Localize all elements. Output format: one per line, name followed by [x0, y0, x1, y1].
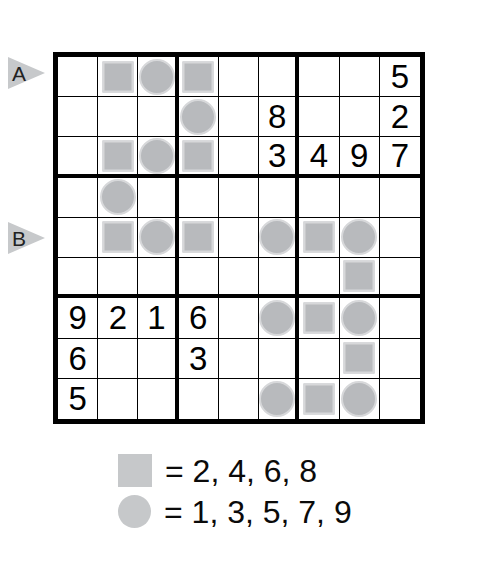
cell-r7c1[interactable]: 9: [58, 298, 98, 338]
cell-r2c5[interactable]: [219, 97, 259, 137]
cell-r5c6[interactable]: [259, 218, 299, 258]
row-marker-b-label: B: [8, 228, 26, 249]
cell-r2c4[interactable]: [179, 97, 219, 137]
given-digit: 6: [58, 339, 97, 378]
cell-r8c7[interactable]: [299, 339, 339, 379]
odd-circle-marker: [180, 99, 216, 135]
given-digit: 7: [380, 137, 420, 173]
cell-r8c1[interactable]: 6: [58, 339, 98, 379]
cell-r8c9[interactable]: [380, 339, 420, 379]
row-marker-a-label: A: [8, 63, 26, 84]
cell-r3c2[interactable]: [98, 137, 138, 177]
cell-r7c5[interactable]: [219, 298, 259, 338]
cell-r6c4[interactable]: [179, 258, 219, 298]
cell-r9c1[interactable]: 5: [58, 379, 98, 419]
cell-r7c3[interactable]: 1: [138, 298, 178, 338]
even-square-marker: [303, 302, 334, 333]
odd-circle-marker: [139, 138, 175, 174]
even-square-marker: [102, 61, 133, 92]
legend-row-even: = 2, 4, 6, 8: [118, 450, 352, 491]
cell-r6c2[interactable]: [98, 258, 138, 298]
even-square-marker: [102, 222, 133, 253]
cell-r2c2[interactable]: [98, 97, 138, 137]
cell-r6c6[interactable]: [259, 258, 299, 298]
cell-r2c8[interactable]: [340, 97, 380, 137]
cell-r6c1[interactable]: [58, 258, 98, 298]
cell-r3c6[interactable]: 3: [259, 137, 299, 177]
odd-circle-marker: [139, 219, 175, 255]
cell-r1c8[interactable]: [340, 57, 380, 97]
cell-r5c3[interactable]: [138, 218, 178, 258]
cell-r4c5[interactable]: [219, 178, 259, 218]
given-digit: 5: [380, 57, 420, 96]
cell-r4c2[interactable]: [98, 178, 138, 218]
cell-r3c3[interactable]: [138, 137, 178, 177]
cell-r6c7[interactable]: [299, 258, 339, 298]
cell-r2c3[interactable]: [138, 97, 178, 137]
given-digit: 9: [58, 298, 97, 337]
cell-r5c8[interactable]: [340, 218, 380, 258]
given-digit: 3: [259, 137, 295, 173]
cell-r9c5[interactable]: [219, 379, 259, 419]
cell-r6c9[interactable]: [380, 258, 420, 298]
cell-r4c4[interactable]: [179, 178, 219, 218]
cell-r9c2[interactable]: [98, 379, 138, 419]
even-square-marker: [183, 222, 214, 253]
cell-r5c5[interactable]: [219, 218, 259, 258]
cell-r1c3[interactable]: [138, 57, 178, 97]
cell-r4c9[interactable]: [380, 178, 420, 218]
legend: = 2, 4, 6, 8 = 1, 3, 5, 7, 9: [118, 450, 352, 532]
cell-r1c4[interactable]: [179, 57, 219, 97]
odd-circle-marker: [341, 300, 377, 336]
given-digit: 6: [179, 298, 218, 337]
cell-r4c1[interactable]: [58, 178, 98, 218]
cell-r7c8[interactable]: [340, 298, 380, 338]
page: A B 58234979216635 = 2, 4, 6, 8 = 1, 3, …: [0, 0, 477, 564]
given-digit: 9: [340, 137, 379, 173]
cell-r7c6[interactable]: [259, 298, 299, 338]
odd-circle-marker: [100, 179, 136, 215]
cell-r9c3[interactable]: [138, 379, 178, 419]
cell-r4c3[interactable]: [138, 178, 178, 218]
even-square-marker: [344, 261, 375, 292]
row-marker-a-arrow-icon: A: [8, 57, 45, 89]
cell-r9c9[interactable]: [380, 379, 420, 419]
even-square-marker: [183, 61, 214, 92]
cell-r3c9[interactable]: 7: [380, 137, 420, 177]
cell-r1c5[interactable]: [219, 57, 259, 97]
sudoku-board: 58234979216635: [53, 52, 425, 424]
cell-r6c3[interactable]: [138, 258, 178, 298]
cell-r9c6[interactable]: [259, 379, 299, 419]
odd-circle-marker: [259, 381, 295, 417]
cell-r7c7[interactable]: [299, 298, 339, 338]
cell-r9c7[interactable]: [299, 379, 339, 419]
cell-r3c5[interactable]: [219, 137, 259, 177]
cell-r2c1[interactable]: [58, 97, 98, 137]
cell-r3c8[interactable]: 9: [340, 137, 380, 177]
cell-r9c8[interactable]: [340, 379, 380, 419]
cell-r5c4[interactable]: [179, 218, 219, 258]
cell-r4c6[interactable]: [259, 178, 299, 218]
cell-r1c9[interactable]: 5: [380, 57, 420, 97]
given-digit: 4: [299, 137, 338, 173]
cell-r4c8[interactable]: [340, 178, 380, 218]
cell-r7c9[interactable]: [380, 298, 420, 338]
cell-r3c4[interactable]: [179, 137, 219, 177]
cell-r1c2[interactable]: [98, 57, 138, 97]
cell-r6c8[interactable]: [340, 258, 380, 298]
even-square-marker: [303, 383, 334, 414]
given-digit: 2: [98, 298, 137, 337]
cell-r5c7[interactable]: [299, 218, 339, 258]
odd-circle-marker: [341, 381, 377, 417]
cell-r8c6[interactable]: [259, 339, 299, 379]
cell-r1c7[interactable]: [299, 57, 339, 97]
cell-r2c7[interactable]: [299, 97, 339, 137]
cell-r4c7[interactable]: [299, 178, 339, 218]
given-digit: 5: [58, 379, 97, 419]
given-digit: 2: [380, 97, 420, 136]
even-square-marker: [102, 140, 133, 171]
odd-circle-icon: [118, 495, 151, 528]
cell-r2c9[interactable]: 2: [380, 97, 420, 137]
legend-row-odd: = 1, 3, 5, 7, 9: [118, 491, 352, 532]
given-digit: 8: [259, 97, 295, 136]
cell-r2c6[interactable]: 8: [259, 97, 299, 137]
even-square-icon: [118, 454, 152, 487]
legend-even-text: = 2, 4, 6, 8: [165, 455, 317, 487]
even-square-marker: [344, 343, 375, 374]
cell-r3c1[interactable]: [58, 137, 98, 177]
even-square-marker: [183, 140, 214, 171]
cell-r6c5[interactable]: [219, 258, 259, 298]
odd-circle-marker: [341, 219, 377, 255]
row-marker-b-arrow-icon: B: [8, 222, 45, 254]
given-digit: 1: [138, 298, 174, 337]
cell-r8c5[interactable]: [219, 339, 259, 379]
cell-r5c2[interactable]: [98, 218, 138, 258]
cell-r1c6[interactable]: [259, 57, 299, 97]
cell-r7c2[interactable]: 2: [98, 298, 138, 338]
cell-r7c4[interactable]: 6: [179, 298, 219, 338]
cell-r1c1[interactable]: [58, 57, 98, 97]
cell-r9c4[interactable]: [179, 379, 219, 419]
cell-r3c7[interactable]: 4: [299, 137, 339, 177]
cell-r8c3[interactable]: [138, 339, 178, 379]
odd-circle-marker: [259, 219, 295, 255]
given-digit: 3: [179, 339, 218, 378]
cell-r8c8[interactable]: [340, 339, 380, 379]
cell-r8c4[interactable]: 3: [179, 339, 219, 379]
odd-circle-marker: [259, 300, 295, 336]
cell-r5c9[interactable]: [380, 218, 420, 258]
even-square-marker: [303, 222, 334, 253]
legend-odd-text: = 1, 3, 5, 7, 9: [164, 496, 352, 528]
cell-r5c1[interactable]: [58, 218, 98, 258]
odd-circle-marker: [139, 59, 175, 95]
cell-r8c2[interactable]: [98, 339, 138, 379]
